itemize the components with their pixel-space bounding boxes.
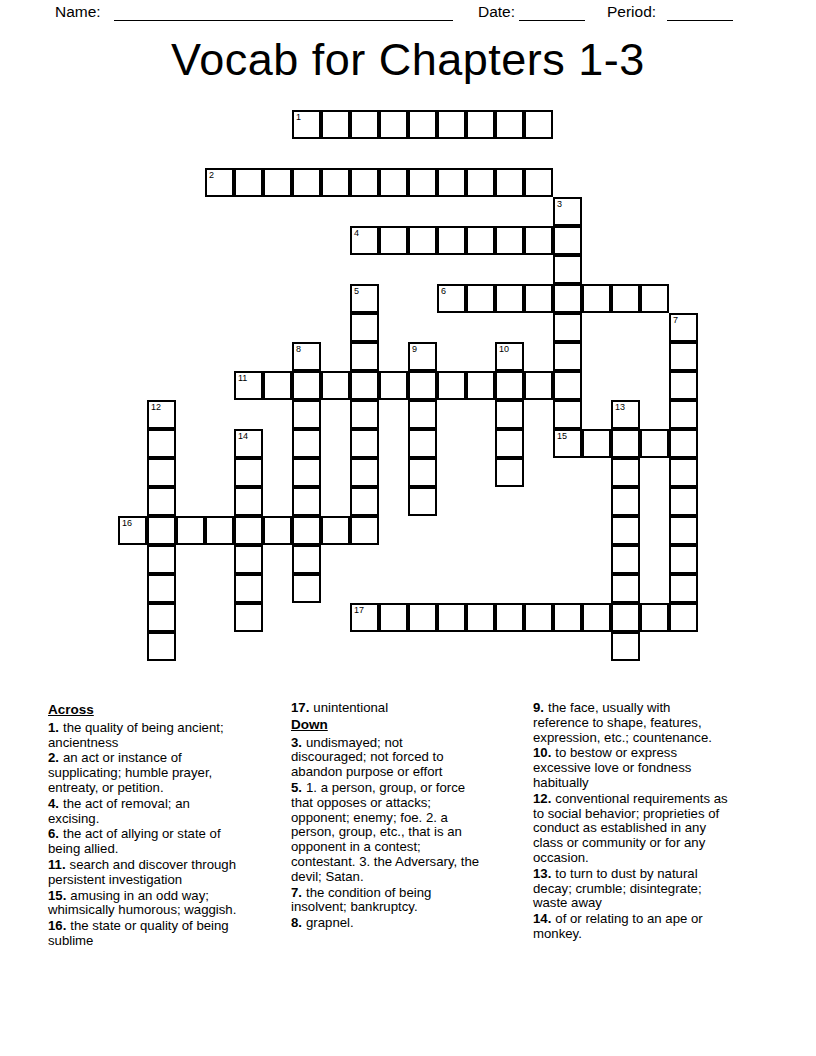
clue-across-2: 2.an act or instance of supplicating; hu… (48, 751, 286, 795)
grid-cell[interactable]: 3 (553, 197, 582, 226)
clue-number: 6 (441, 286, 446, 297)
grid-cell[interactable] (350, 487, 379, 516)
clue-down-14: 14.of or relating to an ape or monkey. (533, 912, 779, 942)
grid-cell[interactable] (524, 110, 553, 139)
grid-cell[interactable] (350, 313, 379, 342)
grid-cell[interactable] (408, 603, 437, 632)
clue-number: 17 (354, 605, 364, 616)
clue-number: 13 (615, 402, 625, 413)
grid-cell[interactable]: 1 (292, 110, 321, 139)
grid-cell[interactable] (611, 487, 640, 516)
page-title: Vocab for Chapters 1-3 (0, 34, 816, 86)
period-label: Period: (607, 3, 656, 21)
grid-cell[interactable] (669, 574, 698, 603)
grid-cell[interactable] (379, 603, 408, 632)
grid-cell[interactable] (321, 516, 350, 545)
grid-cell[interactable] (582, 284, 611, 313)
grid-cell[interactable] (437, 168, 466, 197)
grid-cell[interactable] (640, 284, 669, 313)
grid-cell[interactable] (292, 168, 321, 197)
grid-cell[interactable] (147, 458, 176, 487)
grid-cell[interactable]: 9 (408, 342, 437, 371)
grid-cell[interactable] (553, 313, 582, 342)
grid-cell[interactable] (379, 110, 408, 139)
grid-cell[interactable] (524, 226, 553, 255)
clue-across-17: 17.unintentional (291, 701, 529, 716)
grid-cell[interactable] (350, 168, 379, 197)
clue-down-7: 7.the condition of being insolvent; bank… (291, 886, 529, 916)
across-header: Across (48, 703, 286, 718)
grid-cell[interactable] (553, 342, 582, 371)
grid-cell[interactable] (466, 371, 495, 400)
grid-cell[interactable] (147, 516, 176, 545)
grid-cell[interactable]: 8 (292, 342, 321, 371)
grid-cell[interactable] (495, 458, 524, 487)
down-header: Down (291, 718, 529, 733)
grid-cell[interactable] (379, 168, 408, 197)
grid-cell[interactable] (350, 458, 379, 487)
grid-cell[interactable] (553, 371, 582, 400)
clue-down-5: 5.1. a person, group, or force that oppo… (291, 781, 529, 885)
grid-cell[interactable] (350, 371, 379, 400)
grid-cell[interactable] (611, 458, 640, 487)
grid-cell[interactable] (669, 458, 698, 487)
grid-cell[interactable] (234, 574, 263, 603)
grid-cell[interactable] (611, 574, 640, 603)
grid-cell[interactable] (466, 226, 495, 255)
crossword-grid: 1234567891011121314151617 (118, 110, 698, 661)
grid-cell[interactable] (234, 458, 263, 487)
clue-down-13: 13.to turn to dust by natural decay; cru… (533, 867, 779, 911)
grid-cell[interactable] (147, 545, 176, 574)
clues-column-left: Across 1.the quality of being ancient; a… (48, 701, 286, 950)
grid-cell[interactable] (234, 487, 263, 516)
grid-cell[interactable] (553, 400, 582, 429)
grid-cell[interactable] (495, 400, 524, 429)
grid-cell[interactable] (437, 110, 466, 139)
clue-down-12: 12.conventional requirements as to socia… (533, 792, 779, 866)
grid-cell[interactable] (234, 603, 263, 632)
grid-cell[interactable] (350, 342, 379, 371)
name-blank[interactable] (114, 20, 453, 21)
grid-cell[interactable] (292, 516, 321, 545)
grid-cell[interactable] (611, 516, 640, 545)
grid-cell[interactable] (611, 284, 640, 313)
clues-column-middle: 17.unintentional Down 3.undismayed; not … (291, 701, 529, 932)
grid-cell[interactable] (553, 255, 582, 284)
grid-cell[interactable] (234, 545, 263, 574)
clue-number: 16 (122, 518, 132, 529)
grid-cell[interactable] (640, 603, 669, 632)
grid-cell[interactable] (495, 168, 524, 197)
grid-cell[interactable] (495, 284, 524, 313)
grid-cell[interactable] (379, 226, 408, 255)
grid-cell[interactable] (408, 429, 437, 458)
clues-column-right: 9.the face, usually with reference to sh… (533, 701, 779, 943)
grid-cell[interactable] (669, 487, 698, 516)
grid-cell[interactable] (321, 371, 350, 400)
grid-cell[interactable] (408, 458, 437, 487)
grid-cell[interactable]: 7 (669, 313, 698, 342)
grid-cell[interactable] (669, 400, 698, 429)
clue-number: 1 (296, 112, 301, 123)
grid-cell[interactable] (408, 400, 437, 429)
clue-down-8: 8.grapnel. (291, 916, 529, 931)
grid-cell[interactable]: 4 (350, 226, 379, 255)
grid-cell[interactable] (669, 516, 698, 545)
grid-cell[interactable] (408, 168, 437, 197)
grid-cell[interactable]: 12 (147, 400, 176, 429)
grid-cell[interactable] (147, 487, 176, 516)
clue-number: 7 (673, 315, 678, 326)
grid-cell[interactable]: 5 (350, 284, 379, 313)
grid-cell[interactable] (466, 284, 495, 313)
grid-cell[interactable] (524, 603, 553, 632)
grid-cell[interactable] (292, 545, 321, 574)
grid-cell[interactable] (669, 603, 698, 632)
grid-cell[interactable] (582, 429, 611, 458)
grid-cell[interactable] (669, 371, 698, 400)
clue-down-9: 9.the face, usually with reference to sh… (533, 701, 779, 745)
clue-number: 8 (296, 344, 301, 355)
grid-cell[interactable] (437, 371, 466, 400)
grid-cell[interactable] (147, 429, 176, 458)
grid-cell[interactable] (350, 429, 379, 458)
clue-number: 12 (151, 402, 161, 413)
grid-cell[interactable] (669, 545, 698, 574)
grid-cell[interactable] (292, 458, 321, 487)
grid-cell[interactable] (234, 168, 263, 197)
grid-cell[interactable] (466, 110, 495, 139)
clue-down-10: 10.to bestow or express excessive love o… (533, 746, 779, 790)
clue-across-6: 6.the act of allying or state of being a… (48, 827, 286, 857)
grid-cell[interactable] (321, 110, 350, 139)
grid-cell[interactable] (408, 371, 437, 400)
clue-number: 15 (557, 431, 567, 442)
clue-number: 4 (354, 228, 359, 239)
grid-cell[interactable] (611, 603, 640, 632)
grid-cell[interactable] (350, 110, 379, 139)
grid-cell[interactable] (524, 284, 553, 313)
grid-cell[interactable]: 15 (553, 429, 582, 458)
grid-cell[interactable] (350, 400, 379, 429)
grid-cell[interactable] (553, 226, 582, 255)
clue-across-15: 15.amusing in an odd way; whimsically hu… (48, 889, 286, 919)
grid-cell[interactable] (292, 574, 321, 603)
grid-cell[interactable] (292, 429, 321, 458)
grid-cell[interactable] (611, 632, 640, 661)
grid-cell[interactable] (437, 226, 466, 255)
clue-across-16: 16.the state or quality of being sublime (48, 919, 286, 949)
grid-cell[interactable] (147, 574, 176, 603)
clue-down-3: 3.undismayed; not discouraged; not force… (291, 736, 529, 780)
grid-cell[interactable] (234, 516, 263, 545)
grid-cell[interactable] (292, 371, 321, 400)
grid-cell[interactable] (147, 603, 176, 632)
grid-cell[interactable] (524, 168, 553, 197)
grid-cell[interactable]: 2 (205, 168, 234, 197)
grid-cell[interactable] (263, 168, 292, 197)
date-blank[interactable] (519, 20, 585, 21)
grid-cell[interactable] (495, 603, 524, 632)
grid-cell[interactable] (292, 487, 321, 516)
grid-cell[interactable] (205, 516, 234, 545)
date-label: Date: (478, 3, 515, 21)
clue-number: 14 (238, 431, 248, 442)
grid-cell[interactable]: 17 (350, 603, 379, 632)
clue-number: 3 (557, 199, 562, 210)
grid-cell[interactable] (321, 168, 350, 197)
clue-across-4: 4.the act of removal; an excising. (48, 797, 286, 827)
grid-cell[interactable] (408, 226, 437, 255)
grid-cell[interactable] (640, 429, 669, 458)
grid-cell[interactable] (495, 226, 524, 255)
grid-cell[interactable] (495, 429, 524, 458)
clue-number: 5 (354, 286, 359, 297)
grid-cell[interactable] (147, 632, 176, 661)
grid-cell[interactable] (350, 516, 379, 545)
grid-cell[interactable] (553, 603, 582, 632)
grid-cell[interactable] (611, 429, 640, 458)
grid-cell[interactable]: 11 (234, 371, 263, 400)
period-blank[interactable] (667, 20, 733, 21)
grid-cell[interactable] (553, 284, 582, 313)
grid-cell[interactable] (437, 603, 466, 632)
grid-cell[interactable] (408, 110, 437, 139)
grid-cell[interactable] (495, 110, 524, 139)
clue-number: 11 (238, 373, 247, 384)
clue-number: 2 (209, 170, 214, 181)
grid-cell[interactable] (292, 400, 321, 429)
grid-cell[interactable] (379, 371, 408, 400)
grid-cell[interactable] (466, 168, 495, 197)
grid-cell[interactable] (669, 342, 698, 371)
grid-cell[interactable]: 6 (437, 284, 466, 313)
grid-cell[interactable] (669, 429, 698, 458)
clue-number: 10 (499, 344, 509, 355)
clue-number: 9 (412, 344, 417, 355)
grid-cell[interactable] (495, 371, 524, 400)
grid-cell[interactable]: 10 (495, 342, 524, 371)
clue-across-1: 1.the quality of being ancient; ancientn… (48, 721, 286, 751)
grid-cell[interactable]: 16 (118, 516, 147, 545)
grid-cell[interactable] (582, 603, 611, 632)
grid-cell[interactable] (176, 516, 205, 545)
clue-across-11: 11.search and discover through persisten… (48, 858, 286, 888)
grid-cell[interactable] (611, 545, 640, 574)
grid-cell[interactable]: 14 (234, 429, 263, 458)
grid-cell[interactable] (408, 487, 437, 516)
grid-cell[interactable] (524, 371, 553, 400)
name-label: Name: (55, 3, 101, 21)
grid-cell[interactable] (263, 516, 292, 545)
grid-cell[interactable] (466, 603, 495, 632)
grid-cell[interactable] (263, 371, 292, 400)
grid-cell[interactable]: 13 (611, 400, 640, 429)
